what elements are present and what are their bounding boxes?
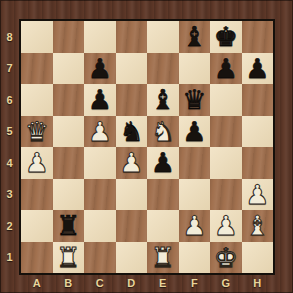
square-g6[interactable] <box>210 84 242 116</box>
square-g1[interactable]: ♚ <box>210 242 242 274</box>
file-label-h: H <box>242 273 274 292</box>
square-e6[interactable]: ♝ <box>147 84 179 116</box>
square-c1[interactable] <box>84 242 116 274</box>
black-pawn[interactable]: ♟ <box>84 84 116 116</box>
square-f8[interactable]: ♝ <box>179 21 211 53</box>
file-label-e: E <box>147 273 179 292</box>
chess-board[interactable]: ♝♚♟♟♟♟♝♛♛♟♞♞♟♟♟♟♟♜♟♟♝♜♜♚ <box>19 19 275 275</box>
black-king[interactable]: ♚ <box>210 21 242 53</box>
square-e3[interactable] <box>147 179 179 211</box>
white-knight[interactable]: ♞ <box>147 116 179 148</box>
square-c2[interactable] <box>84 210 116 242</box>
square-c4[interactable] <box>84 147 116 179</box>
file-label-a: A <box>21 273 53 292</box>
white-rook[interactable]: ♜ <box>147 242 179 274</box>
square-c7[interactable]: ♟ <box>84 53 116 85</box>
square-a5[interactable]: ♛ <box>21 116 53 148</box>
rank-label-1: 1 <box>0 242 19 274</box>
file-label-g: G <box>210 273 242 292</box>
square-c3[interactable] <box>84 179 116 211</box>
rank-label-6: 6 <box>0 84 19 116</box>
square-e2[interactable] <box>147 210 179 242</box>
square-d3[interactable] <box>116 179 148 211</box>
rank-labels: 8 7 6 5 4 3 2 1 <box>0 21 19 273</box>
file-label-c: C <box>84 273 116 292</box>
white-pawn[interactable]: ♟ <box>21 147 53 179</box>
black-pawn[interactable]: ♟ <box>179 116 211 148</box>
file-label-b: B <box>53 273 85 292</box>
black-rook[interactable]: ♜ <box>53 210 85 242</box>
square-g5[interactable] <box>210 116 242 148</box>
square-d5[interactable]: ♞ <box>116 116 148 148</box>
square-h5[interactable] <box>242 116 274 148</box>
black-pawn[interactable]: ♟ <box>84 53 116 85</box>
square-h2[interactable]: ♝ <box>242 210 274 242</box>
square-a4[interactable]: ♟ <box>21 147 53 179</box>
square-f5[interactable]: ♟ <box>179 116 211 148</box>
square-g8[interactable]: ♚ <box>210 21 242 53</box>
square-d1[interactable] <box>116 242 148 274</box>
square-d4[interactable]: ♟ <box>116 147 148 179</box>
black-bishop[interactable]: ♝ <box>147 84 179 116</box>
square-a1[interactable] <box>21 242 53 274</box>
square-g7[interactable]: ♟ <box>210 53 242 85</box>
square-h7[interactable]: ♟ <box>242 53 274 85</box>
rank-label-2: 2 <box>0 210 19 242</box>
square-b5[interactable] <box>53 116 85 148</box>
square-f4[interactable] <box>179 147 211 179</box>
white-pawn[interactable]: ♟ <box>242 179 274 211</box>
square-a3[interactable] <box>21 179 53 211</box>
black-bishop[interactable]: ♝ <box>179 21 211 53</box>
square-e8[interactable] <box>147 21 179 53</box>
file-labels: A B C D E F G H <box>21 273 273 292</box>
square-c5[interactable]: ♟ <box>84 116 116 148</box>
square-b2[interactable]: ♜ <box>53 210 85 242</box>
rank-label-7: 7 <box>0 53 19 85</box>
square-e7[interactable] <box>147 53 179 85</box>
white-pawn[interactable]: ♟ <box>210 210 242 242</box>
square-b3[interactable] <box>53 179 85 211</box>
square-b7[interactable] <box>53 53 85 85</box>
square-g3[interactable] <box>210 179 242 211</box>
square-d2[interactable] <box>116 210 148 242</box>
square-f7[interactable] <box>179 53 211 85</box>
square-g2[interactable]: ♟ <box>210 210 242 242</box>
square-f3[interactable] <box>179 179 211 211</box>
square-f2[interactable]: ♟ <box>179 210 211 242</box>
square-e5[interactable]: ♞ <box>147 116 179 148</box>
square-b8[interactable] <box>53 21 85 53</box>
square-h4[interactable] <box>242 147 274 179</box>
square-a2[interactable] <box>21 210 53 242</box>
square-a8[interactable] <box>21 21 53 53</box>
square-b6[interactable] <box>53 84 85 116</box>
file-label-f: F <box>179 273 211 292</box>
square-e1[interactable]: ♜ <box>147 242 179 274</box>
white-pawn[interactable]: ♟ <box>84 116 116 148</box>
white-king[interactable]: ♚ <box>210 242 242 274</box>
black-queen[interactable]: ♛ <box>179 84 211 116</box>
square-h8[interactable] <box>242 21 274 53</box>
file-label-d: D <box>116 273 148 292</box>
black-pawn[interactable]: ♟ <box>210 53 242 85</box>
black-pawn[interactable]: ♟ <box>242 53 274 85</box>
square-f1[interactable] <box>179 242 211 274</box>
white-pawn[interactable]: ♟ <box>179 210 211 242</box>
square-g4[interactable] <box>210 147 242 179</box>
white-pawn[interactable]: ♟ <box>116 147 148 179</box>
white-queen[interactable]: ♛ <box>21 116 53 148</box>
white-rook[interactable]: ♜ <box>53 242 85 274</box>
square-h1[interactable] <box>242 242 274 274</box>
square-h3[interactable]: ♟ <box>242 179 274 211</box>
square-d8[interactable] <box>116 21 148 53</box>
rank-label-3: 3 <box>0 179 19 211</box>
square-d6[interactable] <box>116 84 148 116</box>
white-bishop[interactable]: ♝ <box>242 210 274 242</box>
square-h6[interactable] <box>242 84 274 116</box>
square-b4[interactable] <box>53 147 85 179</box>
rank-label-4: 4 <box>0 147 19 179</box>
square-a6[interactable] <box>21 84 53 116</box>
square-c6[interactable]: ♟ <box>84 84 116 116</box>
square-d7[interactable] <box>116 53 148 85</box>
rank-label-5: 5 <box>0 116 19 148</box>
rank-label-8: 8 <box>0 21 19 53</box>
square-b1[interactable]: ♜ <box>53 242 85 274</box>
wood-frame: 8 7 6 5 4 3 2 1 ♝♚♟♟♟♟♝♛♛♟♞♞♟♟♟♟♟♜♟♟♝♜♜♚… <box>0 0 293 293</box>
black-pawn[interactable]: ♟ <box>147 147 179 179</box>
square-e4[interactable]: ♟ <box>147 147 179 179</box>
square-a7[interactable] <box>21 53 53 85</box>
black-knight[interactable]: ♞ <box>116 116 148 148</box>
square-c8[interactable] <box>84 21 116 53</box>
square-f6[interactable]: ♛ <box>179 84 211 116</box>
